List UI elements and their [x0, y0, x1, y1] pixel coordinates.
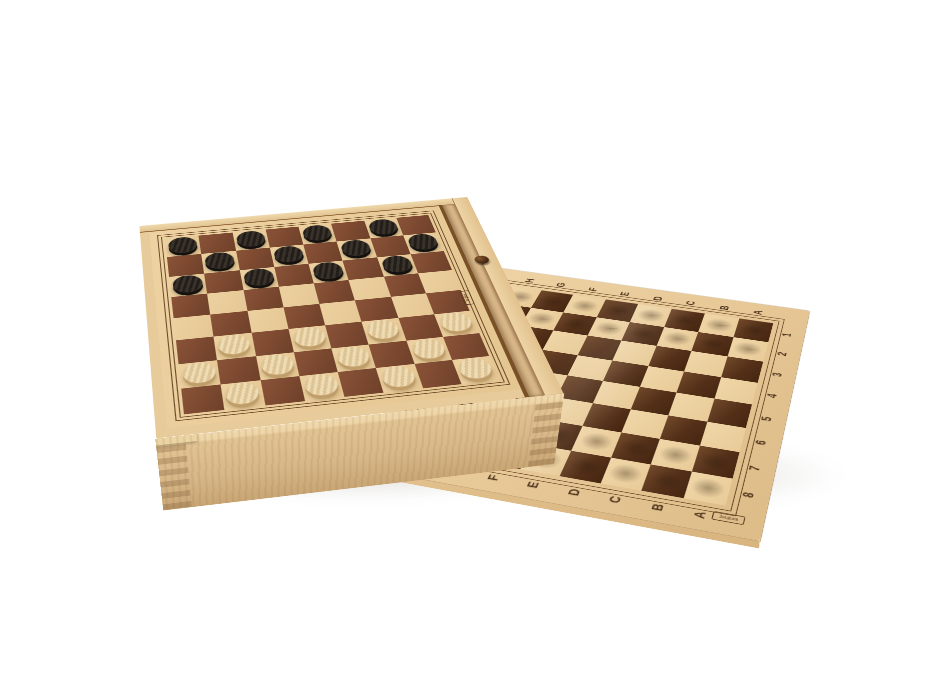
checkers-square — [221, 380, 265, 410]
checkers-square — [338, 368, 384, 397]
checkers-piece-natural — [335, 345, 372, 368]
checkers-piece-black — [204, 252, 235, 270]
coordinate-label: 7 — [747, 465, 764, 472]
checkers-square — [210, 311, 251, 337]
checkers-square — [443, 333, 489, 360]
checkers-piece-natural — [224, 381, 260, 406]
chess-square — [668, 393, 714, 422]
checkers-square — [369, 340, 414, 367]
games-box: Jeujura — [148, 128, 516, 476]
coordinate-label: A — [692, 510, 710, 520]
brand-stamp: Jeujura — [459, 290, 475, 305]
coordinate-label: 4 — [765, 393, 780, 399]
checkers-square — [174, 315, 214, 341]
checkers-square — [288, 325, 331, 352]
checkers-square — [260, 376, 305, 406]
checkers-square — [171, 293, 210, 318]
checkers-square — [325, 322, 369, 348]
chess-square — [593, 381, 639, 409]
checkers-square — [452, 356, 500, 384]
chess-square — [707, 398, 752, 427]
coordinate-label: C — [607, 495, 625, 504]
finger-joint-left — [156, 444, 192, 511]
checkers-piece-natural — [437, 312, 474, 333]
bishop-icon: ♝ — [605, 432, 646, 478]
checkers-piece-natural — [365, 319, 401, 341]
checkers-square — [398, 314, 443, 340]
checkers-piece-natural — [217, 334, 252, 356]
checkers-square — [179, 360, 221, 389]
checkers-piece-black — [311, 261, 344, 280]
checkers-square — [181, 384, 224, 414]
checkers-piece-black — [273, 245, 305, 263]
chess-square — [676, 371, 720, 398]
checkers-square — [207, 290, 247, 315]
checkers-square — [319, 300, 361, 325]
checkers-square — [214, 333, 256, 360]
checkers-piece-black — [235, 230, 266, 248]
brand-stamp: Jeujura — [711, 511, 746, 525]
checkers-piece-black — [301, 224, 333, 241]
checkers-piece-natural — [259, 353, 295, 376]
checkers-square — [362, 318, 406, 344]
checkers-square — [217, 356, 260, 384]
checkers-piece-black — [380, 255, 414, 274]
checkers-piece-natural — [409, 337, 447, 359]
checkers-square — [176, 337, 217, 364]
product-photo: Jeujura HHGGFFEEDDCCBBAA1122334455667788… — [0, 0, 928, 686]
checkers-square — [294, 348, 338, 376]
checkers-square — [414, 360, 461, 389]
coordinate-label: E — [525, 481, 543, 490]
checkers-piece-natural — [455, 357, 495, 380]
coordinate-label: 3 — [770, 372, 785, 378]
chess-square — [603, 360, 648, 386]
chess-square — [714, 377, 758, 405]
checkers-square — [283, 304, 325, 329]
chess-square — [630, 387, 676, 415]
checkers-square — [434, 311, 479, 337]
checkers-piece-natural — [379, 365, 418, 389]
checkers-piece-natural — [292, 326, 327, 348]
checkers-piece-black — [367, 218, 399, 235]
checkers-square — [331, 344, 376, 372]
coordinate-label: 1 — [780, 332, 794, 337]
coordinate-label: 8 — [740, 491, 757, 499]
coordinate-label: 5 — [759, 416, 775, 423]
checkers-square — [299, 372, 344, 401]
checkers-square — [243, 287, 283, 311]
king-icon: ♚ — [561, 416, 611, 471]
knight-icon: ♞ — [646, 439, 686, 484]
checkers-piece-black — [406, 233, 440, 251]
checkers-square — [256, 352, 300, 380]
checkers-piece-natural — [303, 373, 340, 397]
coordinate-label: 6 — [753, 439, 769, 446]
checkers-piece-black — [242, 267, 274, 286]
checkers-square — [279, 283, 320, 307]
checkers-square — [406, 337, 452, 364]
coordinate-label: D — [565, 488, 583, 497]
chess-square — [639, 366, 684, 393]
checkers-square — [247, 307, 288, 333]
coordinate-label: B — [649, 503, 667, 512]
checkers-square — [376, 364, 423, 393]
checkers-piece-black — [340, 239, 373, 257]
rook-icon: ♜ — [690, 451, 727, 492]
checkers-square — [251, 329, 293, 356]
checkers-piece-black — [172, 274, 204, 293]
checkers-piece-black — [168, 236, 198, 254]
checkers-piece-natural — [182, 361, 217, 385]
checkers-grid — [165, 215, 500, 414]
coordinate-label: 2 — [775, 351, 789, 357]
games-box-body: Jeujura — [139, 197, 563, 439]
